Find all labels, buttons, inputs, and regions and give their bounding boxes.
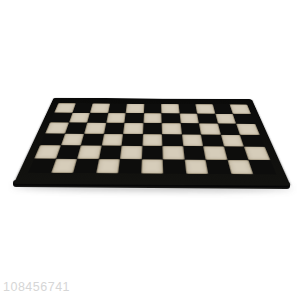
- watermark: 108456741: [3, 280, 70, 294]
- dark-square: [118, 159, 141, 174]
- light-square: [96, 159, 120, 174]
- light-square: [179, 113, 199, 123]
- light-square: [184, 159, 208, 174]
- light-square: [126, 104, 144, 113]
- dark-square: [162, 113, 181, 123]
- light-square: [90, 103, 110, 112]
- light-square: [230, 104, 251, 113]
- light-square: [84, 123, 106, 134]
- dark-square: [73, 159, 98, 174]
- light-square: [101, 134, 123, 146]
- dark-square: [233, 114, 255, 124]
- light-square: [142, 134, 162, 146]
- light-square: [244, 147, 270, 160]
- dark-square: [122, 134, 143, 146]
- dark-square: [108, 104, 127, 113]
- dark-square: [104, 123, 125, 134]
- dark-square: [81, 133, 104, 145]
- light-square: [162, 123, 182, 134]
- dark-square: [99, 146, 122, 159]
- dark-square: [163, 159, 186, 174]
- checkerboard-rug: [14, 98, 291, 186]
- dark-square: [143, 123, 163, 134]
- product-photo: 108456741: [0, 0, 300, 300]
- light-square: [161, 104, 179, 113]
- dark-square: [178, 104, 197, 113]
- dark-square: [249, 160, 277, 175]
- dark-square: [144, 104, 162, 113]
- dark-square: [181, 123, 202, 134]
- light-square: [182, 134, 204, 146]
- dark-square: [183, 146, 206, 159]
- light-square: [123, 123, 143, 134]
- light-square: [163, 146, 185, 159]
- light-square: [120, 146, 142, 159]
- light-square: [141, 159, 164, 174]
- dark-square: [240, 135, 265, 147]
- light-square: [77, 145, 101, 158]
- dark-square: [87, 113, 108, 123]
- dark-square: [142, 146, 163, 159]
- dark-square: [162, 134, 183, 146]
- light-square: [237, 124, 260, 135]
- dark-square: [125, 113, 144, 123]
- checkerboard: [28, 103, 276, 174]
- light-square: [106, 113, 126, 123]
- light-square: [143, 113, 162, 123]
